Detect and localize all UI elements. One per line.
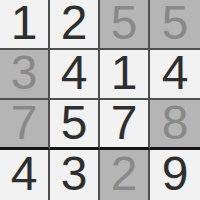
sudoku-cell[interactable]: 4 xyxy=(150,50,200,100)
cell-digit: 4 xyxy=(61,49,88,97)
sudoku-cell[interactable]: 5 xyxy=(150,0,200,50)
sudoku-cell[interactable]: 1 xyxy=(100,50,150,100)
sudoku-cell[interactable]: 2 xyxy=(50,0,100,50)
cell-digit: 1 xyxy=(111,49,138,97)
cell-digit: 2 xyxy=(111,150,138,198)
sudoku-cell[interactable]: 4 xyxy=(50,50,100,100)
sudoku-cell[interactable]: 3 xyxy=(0,50,50,100)
sudoku-cell[interactable]: 3 xyxy=(50,150,100,200)
cell-digit: 7 xyxy=(11,99,38,147)
cell-digit: 7 xyxy=(111,99,138,147)
cell-digit: 3 xyxy=(11,49,38,97)
cell-digit: 5 xyxy=(111,0,138,47)
sudoku-cell[interactable]: 4 xyxy=(0,150,50,200)
sudoku-cell[interactable]: 5 xyxy=(50,100,100,150)
sudoku-cell[interactable]: 7 xyxy=(100,100,150,150)
sudoku-cell[interactable]: 9 xyxy=(150,150,200,200)
cell-digit: 4 xyxy=(11,150,38,198)
cell-digit: 3 xyxy=(61,150,88,198)
cell-digit: 9 xyxy=(162,150,189,198)
cell-digit: 8 xyxy=(162,99,189,147)
sudoku-cell[interactable]: 2 xyxy=(100,150,150,200)
sudoku-cell[interactable]: 8 xyxy=(150,100,200,150)
cell-digit: 1 xyxy=(11,0,38,47)
cell-digit: 5 xyxy=(61,99,88,147)
sudoku-board: 1255341475784329 xyxy=(0,0,200,200)
sudoku-cell[interactable]: 7 xyxy=(0,100,50,150)
sudoku-cell[interactable]: 1 xyxy=(0,0,50,50)
cell-digit: 5 xyxy=(162,0,189,47)
sudoku-cell[interactable]: 5 xyxy=(100,0,150,50)
cell-digit: 4 xyxy=(162,49,189,97)
cell-digit: 2 xyxy=(61,0,88,47)
